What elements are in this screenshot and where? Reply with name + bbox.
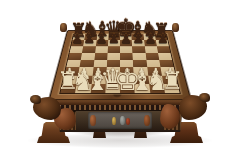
carved-center-panel <box>88 112 152 129</box>
product-photo: ♜♞♝♛♚♝♞♜♟♟♟♟♟♟♟♟♟♟♟♟♟♟♟♟♜♞♝♛♚♝♞♜ <box>0 0 240 150</box>
square-b6[interactable] <box>82 46 95 53</box>
square-f6[interactable] <box>132 46 145 53</box>
square-g2[interactable] <box>148 75 163 84</box>
carved-red-figure <box>126 118 130 125</box>
square-e3[interactable] <box>120 67 134 75</box>
square-e2[interactable] <box>120 75 134 84</box>
square-g6[interactable] <box>144 46 157 53</box>
corner-finial-far-left <box>60 23 67 32</box>
square-c2[interactable] <box>91 75 106 84</box>
chess-table: ♜♞♝♛♚♝♞♜♟♟♟♟♟♟♟♟♟♟♟♟♟♟♟♟♜♞♝♛♚♝♞♜ <box>0 0 240 150</box>
square-f4[interactable] <box>133 60 147 68</box>
corner-finial-far-right <box>172 23 179 32</box>
square-c6[interactable] <box>95 46 108 53</box>
square-b3[interactable] <box>78 67 93 75</box>
square-e6[interactable] <box>120 46 133 53</box>
square-f5[interactable] <box>133 53 146 60</box>
square-d1[interactable] <box>105 84 120 93</box>
carved-bust-right <box>144 115 150 126</box>
carved-bust-left <box>90 115 96 126</box>
square-e1[interactable] <box>120 84 135 93</box>
board-top <box>50 31 190 99</box>
square-d4[interactable] <box>107 60 120 68</box>
square-c4[interactable] <box>93 60 107 68</box>
square-h6[interactable] <box>157 46 171 53</box>
square-d5[interactable] <box>107 53 120 60</box>
square-g1[interactable] <box>149 84 165 93</box>
board-grid <box>59 34 181 94</box>
carved-gold-figure <box>112 117 116 125</box>
square-c3[interactable] <box>92 67 106 75</box>
square-b2[interactable] <box>77 75 92 84</box>
gargoyle-carving-left <box>33 97 61 120</box>
square-c1[interactable] <box>90 84 105 93</box>
square-g4[interactable] <box>146 60 160 68</box>
square-h1[interactable] <box>163 84 180 93</box>
square-f3[interactable] <box>133 67 147 75</box>
square-b1[interactable] <box>75 84 91 93</box>
square-g5[interactable] <box>145 53 159 60</box>
carved-grey-figure <box>120 116 125 125</box>
square-f2[interactable] <box>134 75 149 84</box>
square-d6[interactable] <box>107 46 120 53</box>
square-c5[interactable] <box>94 53 107 60</box>
gargoyle-carving-right <box>179 95 207 120</box>
square-d2[interactable] <box>106 75 120 84</box>
square-b4[interactable] <box>80 60 94 68</box>
square-h5[interactable] <box>158 53 172 60</box>
square-h4[interactable] <box>159 60 174 68</box>
square-e4[interactable] <box>120 60 133 68</box>
square-f1[interactable] <box>134 84 149 93</box>
square-g3[interactable] <box>147 67 162 75</box>
square-b5[interactable] <box>81 53 95 60</box>
square-h2[interactable] <box>162 75 178 84</box>
square-d3[interactable] <box>106 67 120 75</box>
square-h3[interactable] <box>160 67 175 75</box>
square-e5[interactable] <box>120 53 133 60</box>
